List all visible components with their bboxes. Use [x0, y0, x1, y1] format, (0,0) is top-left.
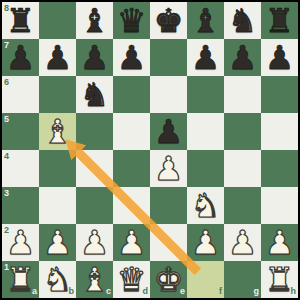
- white-pawn[interactable]: ♟: [224, 224, 261, 261]
- square-c2[interactable]: ♟: [76, 224, 113, 261]
- square-f6[interactable]: [187, 76, 224, 113]
- square-b5[interactable]: ♝: [39, 113, 76, 150]
- chess-board: 8♜♝♛♚♝♞♜7♟♟♟♟♟♟♟6♞5♝♟4♟3♞2♟♟♟♟♟♟♟1a♜b♞c♝…: [2, 2, 298, 298]
- white-pawn[interactable]: ♟: [187, 224, 224, 261]
- square-c4[interactable]: [76, 150, 113, 187]
- square-d8[interactable]: ♛: [113, 2, 150, 39]
- square-g2[interactable]: ♟: [224, 224, 261, 261]
- rank-label-5: 5: [4, 115, 9, 124]
- rank-label-4: 4: [4, 152, 9, 161]
- square-e4[interactable]: ♟: [150, 150, 187, 187]
- square-g6[interactable]: [224, 76, 261, 113]
- black-rook[interactable]: ♜: [261, 2, 298, 39]
- square-b8[interactable]: [39, 2, 76, 39]
- black-bishop[interactable]: ♝: [76, 2, 113, 39]
- square-d2[interactable]: ♟: [113, 224, 150, 261]
- white-rook[interactable]: ♜: [2, 261, 39, 298]
- black-queen[interactable]: ♛: [113, 2, 150, 39]
- white-pawn[interactable]: ♟: [150, 150, 187, 187]
- square-e3[interactable]: [150, 187, 187, 224]
- black-rook[interactable]: ♜: [2, 2, 39, 39]
- black-knight[interactable]: ♞: [76, 76, 113, 113]
- white-pawn[interactable]: ♟: [261, 224, 298, 261]
- square-g7[interactable]: ♟: [224, 39, 261, 76]
- file-label-f: f: [219, 287, 222, 296]
- black-pawn[interactable]: ♟: [76, 39, 113, 76]
- square-e5[interactable]: ♟: [150, 113, 187, 150]
- square-a1[interactable]: 1a♜: [2, 261, 39, 298]
- square-f1[interactable]: f: [187, 261, 224, 298]
- square-b2[interactable]: ♟: [39, 224, 76, 261]
- black-pawn[interactable]: ♟: [224, 39, 261, 76]
- square-a5[interactable]: 5: [2, 113, 39, 150]
- white-bishop[interactable]: ♝: [76, 261, 113, 298]
- square-e8[interactable]: ♚: [150, 2, 187, 39]
- square-d4[interactable]: [113, 150, 150, 187]
- rank-label-6: 6: [4, 78, 9, 87]
- square-d3[interactable]: [113, 187, 150, 224]
- square-f5[interactable]: [187, 113, 224, 150]
- square-a2[interactable]: 2♟: [2, 224, 39, 261]
- white-pawn[interactable]: ♟: [2, 224, 39, 261]
- square-b7[interactable]: ♟: [39, 39, 76, 76]
- square-d1[interactable]: d♛: [113, 261, 150, 298]
- square-d5[interactable]: [113, 113, 150, 150]
- chess-app-window: 8♜♝♛♚♝♞♜7♟♟♟♟♟♟♟6♞5♝♟4♟3♞2♟♟♟♟♟♟♟1a♜b♞c♝…: [0, 0, 300, 300]
- square-e2[interactable]: [150, 224, 187, 261]
- square-c6[interactable]: ♞: [76, 76, 113, 113]
- black-king[interactable]: ♚: [150, 2, 187, 39]
- square-e6[interactable]: [150, 76, 187, 113]
- white-queen[interactable]: ♛: [113, 261, 150, 298]
- black-pawn[interactable]: ♟: [39, 39, 76, 76]
- square-g8[interactable]: ♞: [224, 2, 261, 39]
- black-pawn[interactable]: ♟: [187, 39, 224, 76]
- square-f4[interactable]: [187, 150, 224, 187]
- black-pawn[interactable]: ♟: [261, 39, 298, 76]
- square-c5[interactable]: [76, 113, 113, 150]
- square-c1[interactable]: c♝: [76, 261, 113, 298]
- white-knight[interactable]: ♞: [187, 187, 224, 224]
- square-a3[interactable]: 3: [2, 187, 39, 224]
- square-b4[interactable]: [39, 150, 76, 187]
- white-bishop[interactable]: ♝: [39, 113, 76, 150]
- square-g3[interactable]: [224, 187, 261, 224]
- square-f2[interactable]: ♟: [187, 224, 224, 261]
- square-c3[interactable]: [76, 187, 113, 224]
- square-b1[interactable]: b♞: [39, 261, 76, 298]
- white-king[interactable]: ♚: [150, 261, 187, 298]
- black-pawn[interactable]: ♟: [113, 39, 150, 76]
- white-pawn[interactable]: ♟: [113, 224, 150, 261]
- white-pawn[interactable]: ♟: [76, 224, 113, 261]
- white-rook[interactable]: ♜: [261, 261, 298, 298]
- square-g4[interactable]: [224, 150, 261, 187]
- square-h2[interactable]: ♟: [261, 224, 298, 261]
- square-h1[interactable]: h♜: [261, 261, 298, 298]
- square-h7[interactable]: ♟: [261, 39, 298, 76]
- square-e1[interactable]: e♚: [150, 261, 187, 298]
- file-label-g: g: [254, 287, 260, 296]
- square-c7[interactable]: ♟: [76, 39, 113, 76]
- square-h4[interactable]: [261, 150, 298, 187]
- black-pawn[interactable]: ♟: [2, 39, 39, 76]
- square-g1[interactable]: g: [224, 261, 261, 298]
- square-a4[interactable]: 4: [2, 150, 39, 187]
- square-f3[interactable]: ♞: [187, 187, 224, 224]
- white-knight[interactable]: ♞: [39, 261, 76, 298]
- square-f8[interactable]: ♝: [187, 2, 224, 39]
- square-a6[interactable]: 6: [2, 76, 39, 113]
- square-b3[interactable]: [39, 187, 76, 224]
- square-h6[interactable]: [261, 76, 298, 113]
- rank-label-3: 3: [4, 189, 9, 198]
- square-e7[interactable]: [150, 39, 187, 76]
- white-pawn[interactable]: ♟: [39, 224, 76, 261]
- square-d7[interactable]: ♟: [113, 39, 150, 76]
- square-h3[interactable]: [261, 187, 298, 224]
- square-a8[interactable]: 8♜: [2, 2, 39, 39]
- black-pawn[interactable]: ♟: [150, 113, 187, 150]
- square-f7[interactable]: ♟: [187, 39, 224, 76]
- square-g5[interactable]: [224, 113, 261, 150]
- square-h8[interactable]: ♜: [261, 2, 298, 39]
- square-c8[interactable]: ♝: [76, 2, 113, 39]
- black-bishop[interactable]: ♝: [187, 2, 224, 39]
- square-a7[interactable]: 7♟: [2, 39, 39, 76]
- square-d6[interactable]: [113, 76, 150, 113]
- square-h5[interactable]: [261, 113, 298, 150]
- square-b6[interactable]: [39, 76, 76, 113]
- black-knight[interactable]: ♞: [224, 2, 261, 39]
